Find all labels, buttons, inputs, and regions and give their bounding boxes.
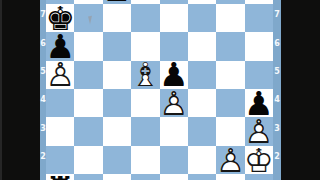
rank-label-right-4: 4 xyxy=(273,96,281,104)
square-f1 xyxy=(188,174,216,180)
square-h6 xyxy=(245,32,273,60)
square-b2 xyxy=(74,146,102,174)
square-d4 xyxy=(131,89,159,117)
chess-board: ♜♚♟♟♙♝♗♟♟♙♟♟♙♟♙♚♔♜ xyxy=(46,0,273,180)
square-c6 xyxy=(103,32,131,60)
white-piece-outline: ♙ xyxy=(216,144,246,177)
square-c1 xyxy=(103,174,131,180)
square-e7 xyxy=(160,4,188,32)
rank-label-right-6: 6 xyxy=(273,40,281,48)
rank-label-strip-right: 87654321 xyxy=(273,0,281,180)
square-d2 xyxy=(131,146,159,174)
left-edge-sheen xyxy=(0,0,2,180)
white-pawn-a5: ♟♙ xyxy=(46,61,74,89)
square-c2 xyxy=(103,146,131,174)
square-g5 xyxy=(216,61,244,89)
square-g2: ♟♙ xyxy=(216,146,244,174)
square-d5: ♝♗ xyxy=(131,61,159,89)
square-h7 xyxy=(245,4,273,32)
square-g1 xyxy=(216,174,244,180)
square-f7 xyxy=(188,4,216,32)
square-b1 xyxy=(74,174,102,180)
square-b6 xyxy=(74,32,102,60)
square-b4 xyxy=(74,89,102,117)
square-b3 xyxy=(74,117,102,145)
square-a5: ♟♙ xyxy=(46,61,74,89)
white-pawn-e4: ♟♙ xyxy=(160,89,188,117)
white-king-h2: ♚♔ xyxy=(245,146,273,174)
square-c4 xyxy=(103,89,131,117)
square-c7 xyxy=(103,4,131,32)
square-h2: ♚♔ xyxy=(245,146,273,174)
square-f6 xyxy=(188,32,216,60)
video-frame: 87654321 87654321 ♜♚♟♟♙♝♗♟♟♙♟♟♙♟♙♚♔♜ xyxy=(0,0,320,180)
square-f2 xyxy=(188,146,216,174)
square-g6 xyxy=(216,32,244,60)
square-c5 xyxy=(103,61,131,89)
white-piece-outline: ♙ xyxy=(159,87,189,120)
square-a3 xyxy=(46,117,74,145)
square-b5 xyxy=(74,61,102,89)
black-rook-a1: ♜ xyxy=(46,174,74,180)
black-piece-glyph: ♜ xyxy=(45,172,75,180)
square-e3 xyxy=(160,117,188,145)
square-e4: ♟♙ xyxy=(160,89,188,117)
white-piece-outline: ♔ xyxy=(244,144,274,177)
rank-label-right-5: 5 xyxy=(273,68,281,76)
white-pawn-g2: ♟♙ xyxy=(216,146,244,174)
square-g4 xyxy=(216,89,244,117)
rank-label-right-7: 7 xyxy=(273,11,281,19)
square-e2 xyxy=(160,146,188,174)
square-e1 xyxy=(160,174,188,180)
square-g7 xyxy=(216,4,244,32)
square-h1 xyxy=(245,174,273,180)
rank-label-right-2: 2 xyxy=(273,153,281,161)
square-f3 xyxy=(188,117,216,145)
square-d1 xyxy=(131,174,159,180)
square-f5 xyxy=(188,61,216,89)
white-piece-outline: ♗ xyxy=(131,58,161,91)
square-a4 xyxy=(46,89,74,117)
square-d3 xyxy=(131,117,159,145)
square-f4 xyxy=(188,89,216,117)
white-bishop-d5: ♝♗ xyxy=(131,61,159,89)
square-a1: ♜ xyxy=(46,174,74,180)
square-d7 xyxy=(131,4,159,32)
square-c3 xyxy=(103,117,131,145)
rank-label-right-3: 3 xyxy=(273,125,281,133)
white-piece-outline: ♙ xyxy=(45,58,75,91)
